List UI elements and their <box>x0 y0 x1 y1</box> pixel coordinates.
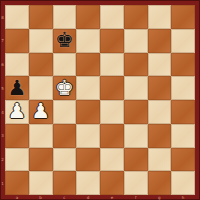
rank-label-4: 4 <box>0 110 5 115</box>
square-d1[interactable] <box>76 171 100 195</box>
square-f4[interactable] <box>124 100 148 124</box>
square-e2[interactable] <box>100 148 124 172</box>
file-label-c: c <box>53 195 77 200</box>
square-e4[interactable] <box>100 100 124 124</box>
square-c7[interactable]: ♚ <box>53 29 77 53</box>
square-f2[interactable] <box>124 148 148 172</box>
square-a3[interactable] <box>5 124 29 148</box>
rank-label-8: 8 <box>0 15 5 20</box>
square-f5[interactable] <box>124 76 148 100</box>
rank-label-2: 2 <box>0 157 5 162</box>
square-e3[interactable] <box>100 124 124 148</box>
square-f1[interactable] <box>124 171 148 195</box>
rank-label-7: 7 <box>0 38 5 43</box>
square-h7[interactable] <box>171 29 195 53</box>
file-label-e: e <box>100 195 124 200</box>
square-g1[interactable] <box>148 171 172 195</box>
square-c3[interactable] <box>53 124 77 148</box>
square-d3[interactable] <box>76 124 100 148</box>
file-label-g: g <box>148 195 172 200</box>
square-a8[interactable] <box>5 5 29 29</box>
square-b6[interactable] <box>29 53 53 77</box>
piece-black-pawn-a5[interactable]: ♟ <box>5 76 29 100</box>
square-b2[interactable] <box>29 148 53 172</box>
square-b3[interactable] <box>29 124 53 148</box>
square-f8[interactable] <box>124 5 148 29</box>
square-b8[interactable] <box>29 5 53 29</box>
square-g5[interactable] <box>148 76 172 100</box>
square-d8[interactable] <box>76 5 100 29</box>
square-g8[interactable] <box>148 5 172 29</box>
rank-label-6: 6 <box>0 62 5 67</box>
piece-white-pawn-b4[interactable]: ♟ <box>29 100 53 124</box>
square-b5[interactable] <box>29 76 53 100</box>
rank-label-5: 5 <box>0 86 5 91</box>
square-e7[interactable] <box>100 29 124 53</box>
square-g7[interactable] <box>148 29 172 53</box>
square-a7[interactable] <box>5 29 29 53</box>
square-h3[interactable] <box>171 124 195 148</box>
chess-board: ♚♟♚♟♟ <box>5 5 195 195</box>
square-b7[interactable] <box>29 29 53 53</box>
square-e6[interactable] <box>100 53 124 77</box>
square-c4[interactable] <box>53 100 77 124</box>
square-b4[interactable]: ♟ <box>29 100 53 124</box>
file-label-a: a <box>5 195 29 200</box>
square-e1[interactable] <box>100 171 124 195</box>
square-d6[interactable] <box>76 53 100 77</box>
square-h6[interactable] <box>171 53 195 77</box>
square-g4[interactable] <box>148 100 172 124</box>
square-d7[interactable] <box>76 29 100 53</box>
piece-black-king-c7[interactable]: ♚ <box>53 29 77 53</box>
rank-label-1: 1 <box>0 181 5 186</box>
file-label-h: h <box>171 195 195 200</box>
square-c1[interactable] <box>53 171 77 195</box>
file-label-d: d <box>76 195 100 200</box>
square-h2[interactable] <box>171 148 195 172</box>
square-f3[interactable] <box>124 124 148 148</box>
square-h4[interactable] <box>171 100 195 124</box>
square-d2[interactable] <box>76 148 100 172</box>
square-a5[interactable]: ♟ <box>5 76 29 100</box>
piece-white-pawn-a4[interactable]: ♟ <box>5 100 29 124</box>
rank-label-3: 3 <box>0 133 5 138</box>
square-c2[interactable] <box>53 148 77 172</box>
square-h1[interactable] <box>171 171 195 195</box>
square-c6[interactable] <box>53 53 77 77</box>
square-g3[interactable] <box>148 124 172 148</box>
square-f6[interactable] <box>124 53 148 77</box>
square-d4[interactable] <box>76 100 100 124</box>
piece-white-king-c5[interactable]: ♚ <box>53 76 77 100</box>
square-h5[interactable] <box>171 76 195 100</box>
square-a6[interactable] <box>5 53 29 77</box>
chess-board-frame: ♚♟♚♟♟ 87654321 abcdefgh <box>0 0 200 200</box>
square-f7[interactable] <box>124 29 148 53</box>
square-b1[interactable] <box>29 171 53 195</box>
square-h8[interactable] <box>171 5 195 29</box>
file-label-b: b <box>29 195 53 200</box>
square-g2[interactable] <box>148 148 172 172</box>
square-a4[interactable]: ♟ <box>5 100 29 124</box>
square-a2[interactable] <box>5 148 29 172</box>
square-e8[interactable] <box>100 5 124 29</box>
square-g6[interactable] <box>148 53 172 77</box>
square-c5[interactable]: ♚ <box>53 76 77 100</box>
square-d5[interactable] <box>76 76 100 100</box>
square-e5[interactable] <box>100 76 124 100</box>
square-a1[interactable] <box>5 171 29 195</box>
square-c8[interactable] <box>53 5 77 29</box>
file-label-f: f <box>124 195 148 200</box>
